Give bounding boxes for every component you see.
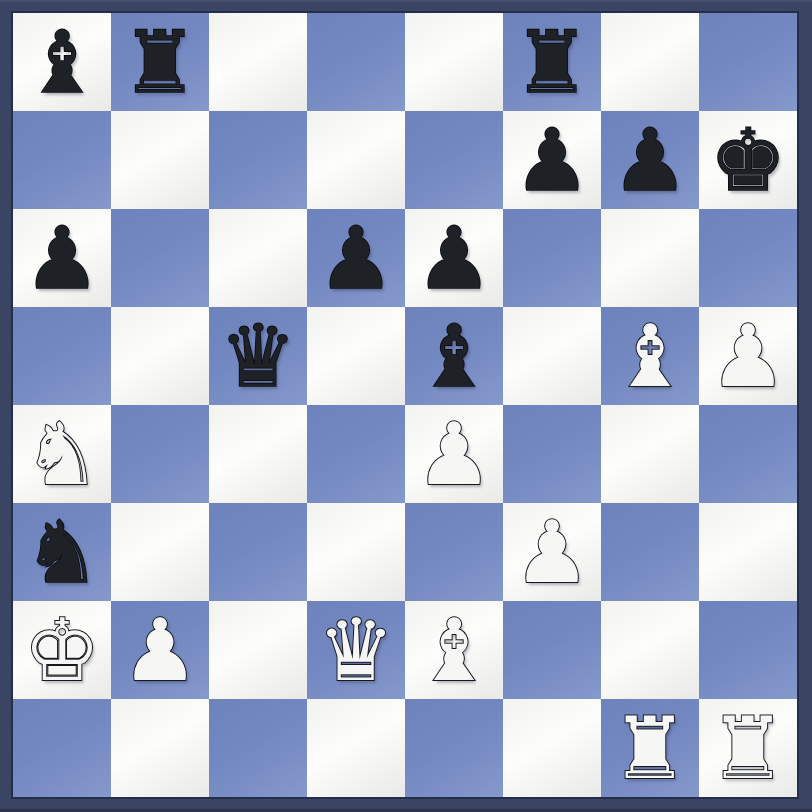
square-c7[interactable]	[209, 111, 307, 209]
square-f2[interactable]	[503, 601, 601, 699]
piece-black-rook[interactable]: ♜	[503, 13, 601, 111]
piece-black-pawn[interactable]: ♟	[503, 111, 601, 209]
piece-white-pawn[interactable]: ♟	[699, 307, 797, 405]
piece-black-knight[interactable]: ♞	[13, 503, 111, 601]
piece-white-queen[interactable]: ♛	[307, 601, 405, 699]
piece-white-knight[interactable]: ♞	[13, 405, 111, 503]
square-c8[interactable]	[209, 13, 307, 111]
square-a1[interactable]	[13, 699, 111, 797]
square-e7[interactable]	[405, 111, 503, 209]
square-b2[interactable]: ♟	[111, 601, 209, 699]
square-e3[interactable]	[405, 503, 503, 601]
square-e2[interactable]: ♝	[405, 601, 503, 699]
square-e4[interactable]: ♟	[405, 405, 503, 503]
square-h5[interactable]: ♟	[699, 307, 797, 405]
square-a4[interactable]: ♞	[13, 405, 111, 503]
square-f6[interactable]	[503, 209, 601, 307]
square-a7[interactable]	[13, 111, 111, 209]
square-g8[interactable]	[601, 13, 699, 111]
square-a2[interactable]: ♚	[13, 601, 111, 699]
piece-white-pawn[interactable]: ♟	[503, 503, 601, 601]
square-c6[interactable]	[209, 209, 307, 307]
piece-white-pawn[interactable]: ♟	[111, 601, 209, 699]
square-c2[interactable]	[209, 601, 307, 699]
square-d1[interactable]	[307, 699, 405, 797]
square-b5[interactable]	[111, 307, 209, 405]
square-d5[interactable]	[307, 307, 405, 405]
square-h7[interactable]: ♚	[699, 111, 797, 209]
piece-white-rook[interactable]: ♜	[699, 699, 797, 797]
piece-black-king[interactable]: ♚	[699, 111, 797, 209]
square-d3[interactable]	[307, 503, 405, 601]
square-c5[interactable]: ♛	[209, 307, 307, 405]
square-g4[interactable]	[601, 405, 699, 503]
piece-black-pawn[interactable]: ♟	[13, 209, 111, 307]
piece-black-queen[interactable]: ♛	[209, 307, 307, 405]
square-b3[interactable]	[111, 503, 209, 601]
square-g6[interactable]	[601, 209, 699, 307]
square-d4[interactable]	[307, 405, 405, 503]
square-f7[interactable]: ♟	[503, 111, 601, 209]
chess-board: ♝♜♜♟♟♚♟♟♟♛♝♝♟♞♟♞♟♚♟♛♝♜♜	[13, 13, 797, 797]
square-h2[interactable]	[699, 601, 797, 699]
square-c1[interactable]	[209, 699, 307, 797]
square-g2[interactable]	[601, 601, 699, 699]
piece-white-king[interactable]: ♚	[13, 601, 111, 699]
square-h6[interactable]	[699, 209, 797, 307]
piece-black-bishop[interactable]: ♝	[13, 13, 111, 111]
square-b4[interactable]	[111, 405, 209, 503]
square-a8[interactable]: ♝	[13, 13, 111, 111]
square-a3[interactable]: ♞	[13, 503, 111, 601]
square-e5[interactable]: ♝	[405, 307, 503, 405]
piece-white-pawn[interactable]: ♟	[405, 405, 503, 503]
square-f1[interactable]	[503, 699, 601, 797]
square-e1[interactable]	[405, 699, 503, 797]
square-e6[interactable]: ♟	[405, 209, 503, 307]
square-f8[interactable]: ♜	[503, 13, 601, 111]
square-f4[interactable]	[503, 405, 601, 503]
square-b6[interactable]	[111, 209, 209, 307]
piece-white-bishop[interactable]: ♝	[405, 601, 503, 699]
square-h4[interactable]	[699, 405, 797, 503]
piece-black-pawn[interactable]: ♟	[601, 111, 699, 209]
piece-white-rook[interactable]: ♜	[601, 699, 699, 797]
square-e8[interactable]	[405, 13, 503, 111]
square-d2[interactable]: ♛	[307, 601, 405, 699]
piece-black-pawn[interactable]: ♟	[307, 209, 405, 307]
square-d7[interactable]	[307, 111, 405, 209]
square-a6[interactable]: ♟	[13, 209, 111, 307]
square-h8[interactable]	[699, 13, 797, 111]
piece-white-bishop[interactable]: ♝	[601, 307, 699, 405]
board-frame: ♝♜♜♟♟♚♟♟♟♛♝♝♟♞♟♞♟♚♟♛♝♜♜	[0, 0, 812, 812]
square-g3[interactable]	[601, 503, 699, 601]
piece-black-rook[interactable]: ♜	[111, 13, 209, 111]
square-d6[interactable]: ♟	[307, 209, 405, 307]
square-h1[interactable]: ♜	[699, 699, 797, 797]
square-a5[interactable]	[13, 307, 111, 405]
square-g1[interactable]: ♜	[601, 699, 699, 797]
piece-black-bishop[interactable]: ♝	[405, 307, 503, 405]
square-g7[interactable]: ♟	[601, 111, 699, 209]
square-b8[interactable]: ♜	[111, 13, 209, 111]
square-h3[interactable]	[699, 503, 797, 601]
square-d8[interactable]	[307, 13, 405, 111]
square-c3[interactable]	[209, 503, 307, 601]
square-c4[interactable]	[209, 405, 307, 503]
square-f5[interactable]	[503, 307, 601, 405]
piece-black-pawn[interactable]: ♟	[405, 209, 503, 307]
square-b7[interactable]	[111, 111, 209, 209]
square-g5[interactable]: ♝	[601, 307, 699, 405]
square-f3[interactable]: ♟	[503, 503, 601, 601]
square-b1[interactable]	[111, 699, 209, 797]
